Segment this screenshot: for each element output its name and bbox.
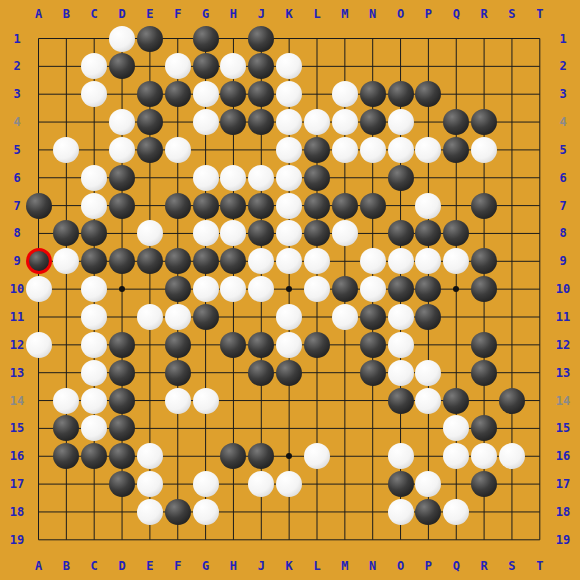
column-label-A: A [35, 559, 42, 573]
white-stone-G3[interactable] [193, 81, 219, 107]
white-stone-C13[interactable] [81, 360, 107, 386]
black-stone-P3[interactable] [415, 81, 441, 107]
column-label-A: A [35, 7, 42, 21]
row-label-17: 17 [10, 477, 24, 491]
black-stone-J1[interactable] [248, 26, 274, 52]
white-stone-P17[interactable] [415, 471, 441, 497]
white-stone-F5[interactable] [165, 137, 191, 163]
row-label-1: 1 [13, 32, 20, 46]
white-stone-Q18[interactable] [443, 499, 469, 525]
white-stone-Q9[interactable] [443, 248, 469, 274]
black-stone-L6[interactable] [304, 165, 330, 191]
black-stone-R12[interactable] [471, 332, 497, 358]
black-stone-Q4[interactable] [443, 109, 469, 135]
white-stone-K2[interactable] [276, 53, 302, 79]
white-stone-E16[interactable] [137, 443, 163, 469]
black-stone-L5[interactable] [304, 137, 330, 163]
black-stone-F3[interactable] [165, 81, 191, 107]
black-stone-H16[interactable] [220, 443, 246, 469]
black-stone-P11[interactable] [415, 304, 441, 330]
black-stone-G1[interactable] [193, 26, 219, 52]
row-label-16: 16 [10, 449, 24, 463]
black-stone-H12[interactable] [220, 332, 246, 358]
white-stone-L16[interactable] [304, 443, 330, 469]
white-stone-M8[interactable] [332, 220, 358, 246]
white-stone-Q15[interactable] [443, 415, 469, 441]
column-label-K: K [286, 7, 293, 21]
column-label-T: T [536, 7, 543, 21]
row-label-19: 19 [556, 533, 570, 547]
white-stone-K11[interactable] [276, 304, 302, 330]
black-stone-F10[interactable] [165, 276, 191, 302]
column-label-S: S [508, 7, 515, 21]
white-stone-N10[interactable] [360, 276, 386, 302]
row-label-10: 10 [556, 282, 570, 296]
row-label-8: 8 [13, 226, 20, 240]
white-stone-K5[interactable] [276, 137, 302, 163]
white-stone-G4[interactable] [193, 109, 219, 135]
black-stone-R10[interactable] [471, 276, 497, 302]
white-stone-O4[interactable] [388, 109, 414, 135]
white-stone-P9[interactable] [415, 248, 441, 274]
row-label-1: 1 [559, 32, 566, 46]
white-stone-D4[interactable] [109, 109, 135, 135]
black-stone-B16[interactable] [53, 443, 79, 469]
row-label-9: 9 [559, 254, 566, 268]
white-stone-C3[interactable] [81, 81, 107, 107]
white-stone-K7[interactable] [276, 193, 302, 219]
star-point [119, 286, 125, 292]
black-stone-B8[interactable] [53, 220, 79, 246]
white-stone-D1[interactable] [109, 26, 135, 52]
black-stone-D9[interactable] [109, 248, 135, 274]
black-stone-G11[interactable] [193, 304, 219, 330]
row-label-10: 10 [10, 282, 24, 296]
row-label-11: 11 [556, 310, 570, 324]
row-label-6: 6 [13, 171, 20, 185]
black-stone-D16[interactable] [109, 443, 135, 469]
black-stone-N7[interactable] [360, 193, 386, 219]
black-stone-A7[interactable] [26, 193, 52, 219]
white-stone-K12[interactable] [276, 332, 302, 358]
row-label-17: 17 [556, 477, 570, 491]
black-stone-E1[interactable] [137, 26, 163, 52]
white-stone-C10[interactable] [81, 276, 107, 302]
black-stone-D2[interactable] [109, 53, 135, 79]
black-stone-D17[interactable] [109, 471, 135, 497]
white-stone-O12[interactable] [388, 332, 414, 358]
white-stone-R5[interactable] [471, 137, 497, 163]
star-point [286, 286, 292, 292]
column-label-S: S [508, 559, 515, 573]
row-label-4: 4 [13, 115, 20, 129]
row-label-15: 15 [556, 421, 570, 435]
white-stone-K6[interactable] [276, 165, 302, 191]
white-stone-O18[interactable] [388, 499, 414, 525]
row-label-4: 4 [559, 115, 566, 129]
black-stone-D13[interactable] [109, 360, 135, 386]
row-label-3: 3 [559, 87, 566, 101]
row-label-9: 9 [13, 254, 20, 268]
white-stone-P5[interactable] [415, 137, 441, 163]
black-stone-J3[interactable] [248, 81, 274, 107]
black-stone-J16[interactable] [248, 443, 274, 469]
column-label-C: C [91, 7, 98, 21]
row-label-6: 6 [559, 171, 566, 185]
column-label-F: F [174, 7, 181, 21]
black-stone-E3[interactable] [137, 81, 163, 107]
white-stone-J17[interactable] [248, 471, 274, 497]
black-stone-E4[interactable] [137, 109, 163, 135]
black-stone-J4[interactable] [248, 109, 274, 135]
column-label-H: H [230, 7, 237, 21]
black-stone-O14[interactable] [388, 388, 414, 414]
white-stone-M4[interactable] [332, 109, 358, 135]
white-stone-C2[interactable] [81, 53, 107, 79]
row-label-18: 18 [10, 505, 24, 519]
black-stone-F18[interactable] [165, 499, 191, 525]
white-stone-B14[interactable] [53, 388, 79, 414]
black-stone-C8[interactable] [81, 220, 107, 246]
black-stone-R9[interactable] [471, 248, 497, 274]
white-stone-G18[interactable] [193, 499, 219, 525]
star-point [286, 453, 292, 459]
white-stone-C15[interactable] [81, 415, 107, 441]
white-stone-D5[interactable] [109, 137, 135, 163]
black-stone-J8[interactable] [248, 220, 274, 246]
column-label-E: E [146, 559, 153, 573]
white-stone-A12[interactable] [26, 332, 52, 358]
black-stone-H7[interactable] [220, 193, 246, 219]
white-stone-C6[interactable] [81, 165, 107, 191]
row-label-12: 12 [556, 338, 570, 352]
black-stone-Q14[interactable] [443, 388, 469, 414]
row-label-2: 2 [559, 59, 566, 73]
black-stone-O6[interactable] [388, 165, 414, 191]
black-stone-O17[interactable] [388, 471, 414, 497]
column-label-M: M [341, 7, 348, 21]
column-label-N: N [369, 7, 376, 21]
row-label-2: 2 [13, 59, 20, 73]
black-stone-D14[interactable] [109, 388, 135, 414]
column-label-M: M [341, 559, 348, 573]
white-stone-K4[interactable] [276, 109, 302, 135]
black-stone-Q5[interactable] [443, 137, 469, 163]
white-stone-K17[interactable] [276, 471, 302, 497]
white-stone-R16[interactable] [471, 443, 497, 469]
column-label-B: B [63, 7, 70, 21]
white-stone-C11[interactable] [81, 304, 107, 330]
white-stone-O9[interactable] [388, 248, 414, 274]
black-stone-R7[interactable] [471, 193, 497, 219]
black-stone-D6[interactable] [109, 165, 135, 191]
column-label-D: D [118, 559, 125, 573]
black-stone-R4[interactable] [471, 109, 497, 135]
column-label-O: O [397, 7, 404, 21]
white-stone-J6[interactable] [248, 165, 274, 191]
black-stone-R17[interactable] [471, 471, 497, 497]
white-stone-L9[interactable] [304, 248, 330, 274]
white-stone-G14[interactable] [193, 388, 219, 414]
column-label-K: K [286, 559, 293, 573]
black-stone-G2[interactable] [193, 53, 219, 79]
column-label-Q: Q [453, 559, 460, 573]
black-stone-C9[interactable] [81, 248, 107, 274]
black-stone-R13[interactable] [471, 360, 497, 386]
white-stone-C12[interactable] [81, 332, 107, 358]
white-stone-P14[interactable] [415, 388, 441, 414]
row-label-12: 12 [10, 338, 24, 352]
black-stone-L7[interactable] [304, 193, 330, 219]
black-stone-J12[interactable] [248, 332, 274, 358]
white-stone-B5[interactable] [53, 137, 79, 163]
column-label-G: G [202, 559, 209, 573]
white-stone-G10[interactable] [193, 276, 219, 302]
row-label-7: 7 [559, 199, 566, 213]
black-stone-P8[interactable] [415, 220, 441, 246]
column-label-P: P [425, 559, 432, 573]
white-stone-P13[interactable] [415, 360, 441, 386]
row-label-14: 14 [556, 394, 570, 408]
row-label-16: 16 [556, 449, 570, 463]
white-stone-K9[interactable] [276, 248, 302, 274]
black-stone-N11[interactable] [360, 304, 386, 330]
white-stone-H8[interactable] [220, 220, 246, 246]
white-stone-B9[interactable] [53, 248, 79, 274]
white-stone-N5[interactable] [360, 137, 386, 163]
black-stone-H3[interactable] [220, 81, 246, 107]
white-stone-J9[interactable] [248, 248, 274, 274]
white-stone-P7[interactable] [415, 193, 441, 219]
black-stone-M7[interactable] [332, 193, 358, 219]
white-stone-K3[interactable] [276, 81, 302, 107]
go-board[interactable]: AABBCCDDEEFFGGHHJJKKLLMMNNOOPPQQRRSSTT11… [0, 0, 580, 580]
white-stone-S16[interactable] [499, 443, 525, 469]
black-stone-L12[interactable] [304, 332, 330, 358]
white-stone-N9[interactable] [360, 248, 386, 274]
black-stone-D7[interactable] [109, 193, 135, 219]
black-stone-J2[interactable] [248, 53, 274, 79]
white-stone-O5[interactable] [388, 137, 414, 163]
white-stone-M11[interactable] [332, 304, 358, 330]
column-label-L: L [313, 559, 320, 573]
column-label-J: J [258, 559, 265, 573]
white-stone-O13[interactable] [388, 360, 414, 386]
black-stone-N4[interactable] [360, 109, 386, 135]
column-label-P: P [425, 7, 432, 21]
white-stone-A10[interactable] [26, 276, 52, 302]
white-stone-H6[interactable] [220, 165, 246, 191]
black-stone-P10[interactable] [415, 276, 441, 302]
star-point [453, 286, 459, 292]
black-stone-Q8[interactable] [443, 220, 469, 246]
white-stone-H2[interactable] [220, 53, 246, 79]
black-stone-J7[interactable] [248, 193, 274, 219]
white-stone-G6[interactable] [193, 165, 219, 191]
white-stone-M5[interactable] [332, 137, 358, 163]
black-stone-O8[interactable] [388, 220, 414, 246]
black-stone-B15[interactable] [53, 415, 79, 441]
row-label-7: 7 [13, 199, 20, 213]
black-stone-N12[interactable] [360, 332, 386, 358]
row-label-13: 13 [10, 366, 24, 380]
column-label-J: J [258, 7, 265, 21]
white-stone-C14[interactable] [81, 388, 107, 414]
white-stone-F11[interactable] [165, 304, 191, 330]
black-stone-E9[interactable] [137, 248, 163, 274]
white-stone-E8[interactable] [137, 220, 163, 246]
white-stone-J10[interactable] [248, 276, 274, 302]
white-stone-E11[interactable] [137, 304, 163, 330]
black-stone-M10[interactable] [332, 276, 358, 302]
column-label-B: B [63, 559, 70, 573]
black-stone-K13[interactable] [276, 360, 302, 386]
black-stone-H9[interactable] [220, 248, 246, 274]
black-stone-D15[interactable] [109, 415, 135, 441]
black-stone-D12[interactable] [109, 332, 135, 358]
black-stone-S14[interactable] [499, 388, 525, 414]
row-label-8: 8 [559, 226, 566, 240]
black-stone-N13[interactable] [360, 360, 386, 386]
white-stone-H10[interactable] [220, 276, 246, 302]
white-stone-K8[interactable] [276, 220, 302, 246]
row-label-5: 5 [13, 143, 20, 157]
column-label-R: R [480, 7, 487, 21]
column-label-O: O [397, 559, 404, 573]
black-stone-C16[interactable] [81, 443, 107, 469]
row-label-15: 15 [10, 421, 24, 435]
black-stone-L8[interactable] [304, 220, 330, 246]
column-label-E: E [146, 7, 153, 21]
white-stone-Q16[interactable] [443, 443, 469, 469]
white-stone-F14[interactable] [165, 388, 191, 414]
black-stone-F7[interactable] [165, 193, 191, 219]
white-stone-E17[interactable] [137, 471, 163, 497]
row-label-5: 5 [559, 143, 566, 157]
column-label-Q: Q [453, 7, 460, 21]
black-stone-N3[interactable] [360, 81, 386, 107]
white-stone-C7[interactable] [81, 193, 107, 219]
black-stone-F12[interactable] [165, 332, 191, 358]
row-label-13: 13 [556, 366, 570, 380]
white-stone-O16[interactable] [388, 443, 414, 469]
black-stone-F13[interactable] [165, 360, 191, 386]
black-stone-A9-last-move[interactable] [26, 248, 52, 274]
row-label-11: 11 [10, 310, 24, 324]
white-stone-G8[interactable] [193, 220, 219, 246]
row-label-18: 18 [556, 505, 570, 519]
white-stone-L4[interactable] [304, 109, 330, 135]
row-label-19: 19 [10, 533, 24, 547]
black-stone-F9[interactable] [165, 248, 191, 274]
column-label-F: F [174, 559, 181, 573]
black-stone-O3[interactable] [388, 81, 414, 107]
black-stone-J13[interactable] [248, 360, 274, 386]
black-stone-E5[interactable] [137, 137, 163, 163]
row-label-3: 3 [13, 87, 20, 101]
column-label-N: N [369, 559, 376, 573]
black-stone-O10[interactable] [388, 276, 414, 302]
white-stone-M3[interactable] [332, 81, 358, 107]
column-label-L: L [313, 7, 320, 21]
white-stone-E18[interactable] [137, 499, 163, 525]
column-label-D: D [118, 7, 125, 21]
row-label-14: 14 [10, 394, 24, 408]
column-label-G: G [202, 7, 209, 21]
white-stone-L10[interactable] [304, 276, 330, 302]
white-stone-G17[interactable] [193, 471, 219, 497]
black-stone-G9[interactable] [193, 248, 219, 274]
column-label-R: R [480, 559, 487, 573]
column-label-T: T [536, 559, 543, 573]
black-stone-R15[interactable] [471, 415, 497, 441]
column-label-C: C [91, 559, 98, 573]
white-stone-F2[interactable] [165, 53, 191, 79]
black-stone-H4[interactable] [220, 109, 246, 135]
black-stone-P18[interactable] [415, 499, 441, 525]
black-stone-G7[interactable] [193, 193, 219, 219]
column-label-H: H [230, 559, 237, 573]
white-stone-O11[interactable] [388, 304, 414, 330]
